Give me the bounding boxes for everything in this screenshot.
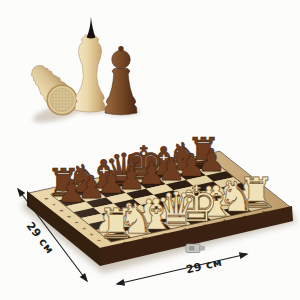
white-bishop: ♝ (197, 181, 235, 223)
white-king: ♚ (174, 180, 218, 229)
white-pawn: ♟ (174, 187, 204, 220)
brown-pawn: ♟ (197, 145, 225, 176)
brown-pawn: ♟ (177, 150, 205, 181)
brown-pawn: ♟ (97, 167, 125, 198)
white-bishop: ♝ (137, 194, 175, 236)
white-pawn: ♟ (114, 200, 144, 233)
brown-bishop: ♝ (86, 155, 121, 194)
brown-knight: ♞ (67, 160, 101, 198)
brown-knight: ♞ (167, 138, 201, 176)
brown-pawn: ♟ (57, 176, 85, 207)
brown-pawn: ♟ (77, 171, 105, 202)
brown-king: ♚ (123, 141, 164, 187)
white-queen: ♛ (155, 186, 197, 232)
brown-queen: ♛ (105, 148, 143, 191)
white-knight: ♞ (218, 177, 255, 218)
product-photo-chess-set: abcdefgh12345678 ♜♞♝♛♚♝♞♜♟♟♟♟♟♟♟♟♟♟♟♟♟♟♟… (0, 0, 300, 300)
white-pawn: ♟ (154, 191, 184, 224)
white-pawn: ♟ (134, 195, 164, 228)
brown-pawn: ♟ (137, 158, 165, 189)
brown-rook: ♜ (47, 164, 81, 202)
white-pawn: ♟ (194, 182, 224, 215)
brown-rook: ♜ (187, 134, 221, 172)
white-rook: ♜ (238, 173, 275, 214)
white-pawn: ♟ (94, 204, 124, 237)
white-pawn: ♟ (214, 178, 244, 211)
white-rook: ♜ (98, 203, 135, 244)
brown-bishop: ♝ (146, 142, 181, 181)
white-knight: ♞ (118, 199, 155, 240)
white-pawn: ♟ (234, 173, 264, 206)
brown-pawn: ♟ (117, 163, 145, 194)
brown-pawn: ♟ (157, 154, 185, 185)
